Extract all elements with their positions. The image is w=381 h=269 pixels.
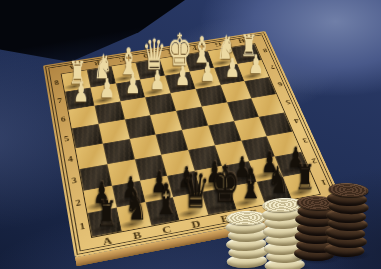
black-bishop[interactable]: ♝ (238, 163, 261, 205)
white-pawn[interactable]: ♟ (222, 55, 242, 81)
white-pawn[interactable]: ♟ (147, 67, 168, 93)
black-bishop[interactable]: ♝ (153, 179, 177, 222)
square-b4[interactable] (103, 139, 135, 164)
square-c7[interactable]: ♟ (115, 79, 145, 101)
square-e7[interactable]: ♟ (165, 72, 195, 93)
square-b1[interactable]: ♞ (117, 203, 151, 232)
square-g4[interactable] (234, 117, 267, 141)
square-f7[interactable]: ♟ (189, 68, 220, 89)
square-b7[interactable]: ♟ (90, 83, 120, 105)
black-knight[interactable]: ♞ (266, 162, 289, 200)
white-pawn[interactable]: ♟ (122, 71, 143, 98)
square-c1[interactable]: ♝ (145, 197, 180, 225)
black-rook[interactable]: ♜ (294, 160, 317, 195)
black-queen[interactable]: ♛ (182, 166, 205, 215)
square-g7[interactable]: ♟ (214, 64, 245, 85)
black-rook[interactable]: ♜ (95, 196, 119, 232)
white-pawn[interactable]: ♟ (172, 63, 192, 89)
black-knight[interactable]: ♞ (124, 188, 148, 227)
photo-scene: ABCDEFGH ABCDEFGH 87654321 87654321 ♜♞♝♛… (0, 0, 381, 269)
square-d1[interactable]: ♛ (173, 192, 208, 220)
white-pawn[interactable]: ♟ (96, 75, 117, 102)
black-king[interactable]: ♚ (210, 159, 233, 211)
square-d7[interactable]: ♟ (140, 75, 170, 97)
square-a7[interactable]: ♟ (65, 87, 94, 109)
checkers-stack-4-dark[interactable] (324, 179, 370, 257)
square-a1[interactable]: ♜ (88, 208, 122, 237)
white-pawn[interactable]: ♟ (197, 59, 217, 85)
white-pawn[interactable]: ♟ (71, 79, 92, 106)
